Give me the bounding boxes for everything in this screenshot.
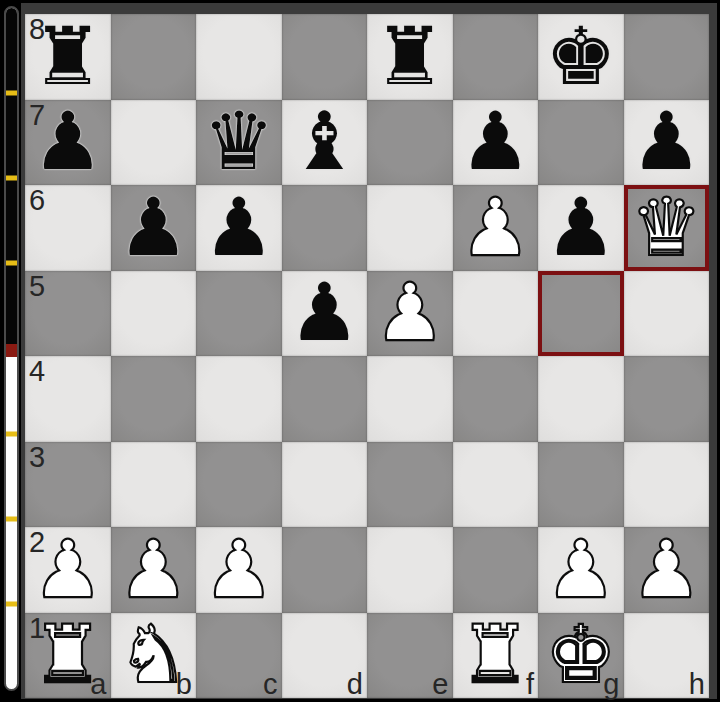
chess-board: 8♜♜♚7♟♛♝♟♟6♟♟♟♟♛5♟♟432♟♟♟♟♟1a♜b♞cdef♜g♚h xyxy=(25,14,709,698)
eval-tick xyxy=(6,516,17,521)
piece-white-pawn: ♟ xyxy=(25,527,111,613)
square-f4[interactable] xyxy=(453,356,539,442)
piece-white-pawn: ♟ xyxy=(538,527,624,613)
square-b7[interactable] xyxy=(111,100,197,186)
square-d1[interactable]: d xyxy=(282,613,368,699)
square-b6[interactable]: ♟ xyxy=(111,185,197,271)
square-d2[interactable] xyxy=(282,527,368,613)
square-h2[interactable]: ♟ xyxy=(624,527,710,613)
square-f1[interactable]: f♜ xyxy=(453,613,539,699)
square-e8[interactable]: ♜ xyxy=(367,14,453,100)
square-g2[interactable]: ♟ xyxy=(538,527,624,613)
square-c1[interactable]: c xyxy=(196,613,282,699)
square-a1[interactable]: 1a♜ xyxy=(25,613,111,699)
piece-black-rook: ♜ xyxy=(25,14,111,100)
square-b8[interactable] xyxy=(111,14,197,100)
piece-black-pawn: ♟ xyxy=(111,185,197,271)
square-a8[interactable]: 8♜ xyxy=(25,14,111,100)
square-a4[interactable]: 4 xyxy=(25,356,111,442)
rank-label-5: 5 xyxy=(29,272,45,301)
square-b1[interactable]: b♞ xyxy=(111,613,197,699)
piece-black-pawn: ♟ xyxy=(624,100,710,186)
square-d3[interactable] xyxy=(282,442,368,528)
square-h6[interactable]: ♛ xyxy=(624,185,710,271)
piece-white-queen: ♛ xyxy=(624,185,710,271)
square-e7[interactable] xyxy=(367,100,453,186)
file-label-d: d xyxy=(347,670,363,699)
eval-tick xyxy=(6,601,17,606)
square-g7[interactable] xyxy=(538,100,624,186)
piece-black-bishop: ♝ xyxy=(282,100,368,186)
square-e3[interactable] xyxy=(367,442,453,528)
file-label-e: e xyxy=(432,670,448,699)
square-f2[interactable] xyxy=(453,527,539,613)
eval-tick xyxy=(6,176,17,181)
square-c4[interactable] xyxy=(196,356,282,442)
eval-tick xyxy=(6,261,17,266)
square-b3[interactable] xyxy=(111,442,197,528)
square-c7[interactable]: ♛ xyxy=(196,100,282,186)
square-b4[interactable] xyxy=(111,356,197,442)
piece-black-king: ♚ xyxy=(538,14,624,100)
square-e2[interactable] xyxy=(367,527,453,613)
square-a2[interactable]: 2♟ xyxy=(25,527,111,613)
piece-white-rook: ♜ xyxy=(25,613,111,699)
square-e5[interactable]: ♟ xyxy=(367,271,453,357)
piece-black-pawn: ♟ xyxy=(453,100,539,186)
square-d8[interactable] xyxy=(282,14,368,100)
evaluation-bar xyxy=(4,6,19,691)
piece-black-pawn: ♟ xyxy=(25,100,111,186)
eval-score-marker xyxy=(6,344,17,358)
square-h1[interactable]: h xyxy=(624,613,710,699)
eval-tick xyxy=(6,431,17,436)
square-g5[interactable] xyxy=(538,271,624,357)
square-e4[interactable] xyxy=(367,356,453,442)
square-c6[interactable]: ♟ xyxy=(196,185,282,271)
eval-tick xyxy=(6,91,17,96)
piece-black-pawn: ♟ xyxy=(538,185,624,271)
piece-white-pawn: ♟ xyxy=(367,271,453,357)
square-d6[interactable] xyxy=(282,185,368,271)
square-h5[interactable] xyxy=(624,271,710,357)
piece-white-king: ♚ xyxy=(538,613,624,699)
rank-label-3: 3 xyxy=(29,443,45,472)
square-a3[interactable]: 3 xyxy=(25,442,111,528)
piece-black-queen: ♛ xyxy=(196,100,282,186)
square-f6[interactable]: ♟ xyxy=(453,185,539,271)
square-d4[interactable] xyxy=(282,356,368,442)
square-b5[interactable] xyxy=(111,271,197,357)
square-g8[interactable]: ♚ xyxy=(538,14,624,100)
square-e1[interactable]: e xyxy=(367,613,453,699)
square-h4[interactable] xyxy=(624,356,710,442)
square-d7[interactable]: ♝ xyxy=(282,100,368,186)
square-g6[interactable]: ♟ xyxy=(538,185,624,271)
piece-white-rook: ♜ xyxy=(453,613,539,699)
rank-label-6: 6 xyxy=(29,186,45,215)
piece-black-pawn: ♟ xyxy=(282,271,368,357)
piece-white-pawn: ♟ xyxy=(624,527,710,613)
piece-white-pawn: ♟ xyxy=(196,527,282,613)
square-f3[interactable] xyxy=(453,442,539,528)
square-g4[interactable] xyxy=(538,356,624,442)
square-c3[interactable] xyxy=(196,442,282,528)
square-f7[interactable]: ♟ xyxy=(453,100,539,186)
square-f5[interactable] xyxy=(453,271,539,357)
square-a6[interactable]: 6 xyxy=(25,185,111,271)
square-c8[interactable] xyxy=(196,14,282,100)
square-c5[interactable] xyxy=(196,271,282,357)
square-d5[interactable]: ♟ xyxy=(282,271,368,357)
square-f8[interactable] xyxy=(453,14,539,100)
square-a5[interactable]: 5 xyxy=(25,271,111,357)
piece-white-knight: ♞ xyxy=(111,613,197,699)
piece-black-pawn: ♟ xyxy=(196,185,282,271)
piece-black-rook: ♜ xyxy=(367,14,453,100)
square-h7[interactable]: ♟ xyxy=(624,100,710,186)
square-b2[interactable]: ♟ xyxy=(111,527,197,613)
piece-white-pawn: ♟ xyxy=(111,527,197,613)
file-label-h: h xyxy=(689,670,705,699)
square-h8[interactable] xyxy=(624,14,710,100)
square-e6[interactable] xyxy=(367,185,453,271)
piece-white-pawn: ♟ xyxy=(453,185,539,271)
square-c2[interactable]: ♟ xyxy=(196,527,282,613)
square-h3[interactable] xyxy=(624,442,710,528)
square-a7[interactable]: 7♟ xyxy=(25,100,111,186)
rank-label-4: 4 xyxy=(29,357,45,386)
square-g1[interactable]: g♚ xyxy=(538,613,624,699)
file-label-c: c xyxy=(263,670,278,699)
square-g3[interactable] xyxy=(538,442,624,528)
